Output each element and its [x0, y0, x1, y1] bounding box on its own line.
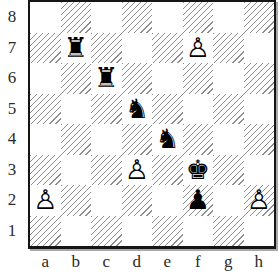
piece-glyph: ♙ — [183, 33, 213, 63]
square-d2[interactable] — [122, 185, 153, 216]
square-g8[interactable] — [213, 2, 244, 33]
square-a8[interactable] — [30, 2, 61, 33]
black-knight[interactable]: ♞ — [122, 94, 152, 124]
rank-label-6: 6 — [0, 63, 24, 94]
square-e7[interactable] — [152, 33, 183, 64]
white-pawn[interactable]: ♟♙ — [30, 185, 60, 215]
piece-glyph: ♙ — [30, 185, 60, 215]
piece-glyph: ♚ — [183, 155, 213, 185]
square-c1[interactable] — [91, 216, 122, 247]
file-label-d: d — [122, 248, 153, 276]
square-b3[interactable] — [61, 155, 92, 186]
square-g6[interactable] — [213, 63, 244, 94]
square-f7[interactable]: ♟♙ — [183, 33, 214, 64]
square-b1[interactable] — [61, 216, 92, 247]
square-b5[interactable] — [61, 94, 92, 125]
square-d6[interactable] — [122, 63, 153, 94]
square-b7[interactable]: ♜ — [61, 33, 92, 64]
black-rook[interactable]: ♜ — [91, 63, 121, 93]
square-d3[interactable]: ♟♙ — [122, 155, 153, 186]
black-pawn[interactable]: ♟ — [183, 185, 213, 215]
square-c4[interactable] — [91, 124, 122, 155]
rank-label-7: 7 — [0, 33, 24, 64]
black-rook[interactable]: ♜ — [61, 33, 91, 63]
square-e6[interactable] — [152, 63, 183, 94]
white-pawn[interactable]: ♟♙ — [122, 155, 152, 185]
square-b2[interactable] — [61, 185, 92, 216]
square-h4[interactable] — [244, 124, 275, 155]
square-f2[interactable]: ♟ — [183, 185, 214, 216]
square-g3[interactable] — [213, 155, 244, 186]
square-c3[interactable] — [91, 155, 122, 186]
black-king[interactable]: ♚ — [183, 155, 213, 185]
square-h2[interactable]: ♟♙ — [244, 185, 275, 216]
square-e8[interactable] — [152, 2, 183, 33]
piece-glyph: ♙ — [122, 155, 152, 185]
file-label-g: g — [213, 248, 244, 276]
white-pawn[interactable]: ♟♙ — [183, 33, 213, 63]
file-label-e: e — [152, 248, 183, 276]
rank-label-5: 5 — [0, 94, 24, 125]
square-d5[interactable]: ♞ — [122, 94, 153, 125]
square-g4[interactable] — [213, 124, 244, 155]
square-c5[interactable] — [91, 94, 122, 125]
square-f6[interactable] — [183, 63, 214, 94]
square-h7[interactable] — [244, 33, 275, 64]
square-e3[interactable] — [152, 155, 183, 186]
piece-glyph: ♞ — [152, 124, 182, 154]
rank-label-4: 4 — [0, 124, 24, 155]
square-d8[interactable] — [122, 2, 153, 33]
square-b4[interactable] — [61, 124, 92, 155]
square-f5[interactable] — [183, 94, 214, 125]
rank-label-1: 1 — [0, 216, 24, 247]
piece-glyph: ♟ — [183, 185, 213, 215]
square-g5[interactable] — [213, 94, 244, 125]
rank-labels: 87654321 — [0, 2, 24, 246]
square-d1[interactable] — [122, 216, 153, 247]
square-a1[interactable] — [30, 216, 61, 247]
square-a2[interactable]: ♟♙ — [30, 185, 61, 216]
square-a6[interactable] — [30, 63, 61, 94]
square-d4[interactable] — [122, 124, 153, 155]
square-a4[interactable] — [30, 124, 61, 155]
square-h6[interactable] — [244, 63, 275, 94]
square-g1[interactable] — [213, 216, 244, 247]
square-g7[interactable] — [213, 33, 244, 64]
piece-glyph: ♜ — [91, 63, 121, 93]
square-d7[interactable] — [122, 33, 153, 64]
square-e4[interactable]: ♞ — [152, 124, 183, 155]
square-h5[interactable] — [244, 94, 275, 125]
square-h8[interactable] — [244, 2, 275, 33]
square-f8[interactable] — [183, 2, 214, 33]
file-label-h: h — [244, 248, 275, 276]
board: ♜♟♙♜♞♞♟♙♚♟♙♟♟♙ — [28, 0, 276, 249]
square-a7[interactable] — [30, 33, 61, 64]
square-c6[interactable]: ♜ — [91, 63, 122, 94]
file-labels: abcdefgh — [30, 248, 274, 276]
piece-glyph: ♙ — [244, 185, 274, 215]
white-pawn[interactable]: ♟♙ — [244, 185, 274, 215]
square-h1[interactable] — [244, 216, 275, 247]
square-e2[interactable] — [152, 185, 183, 216]
rank-label-8: 8 — [0, 2, 24, 33]
square-f1[interactable] — [183, 216, 214, 247]
chess-diagram: 87654321 ♜♟♙♜♞♞♟♙♚♟♙♟♟♙ abcdefgh — [0, 0, 279, 279]
square-h3[interactable] — [244, 155, 275, 186]
file-label-a: a — [30, 248, 61, 276]
square-c2[interactable] — [91, 185, 122, 216]
square-b8[interactable] — [61, 2, 92, 33]
piece-glyph: ♜ — [61, 33, 91, 63]
rank-label-3: 3 — [0, 155, 24, 186]
square-c7[interactable] — [91, 33, 122, 64]
file-label-f: f — [183, 248, 214, 276]
square-b6[interactable] — [61, 63, 92, 94]
rank-label-2: 2 — [0, 185, 24, 216]
square-f4[interactable] — [183, 124, 214, 155]
file-label-b: b — [61, 248, 92, 276]
square-c8[interactable] — [91, 2, 122, 33]
square-a5[interactable] — [30, 94, 61, 125]
piece-glyph: ♞ — [122, 94, 152, 124]
black-knight[interactable]: ♞ — [152, 124, 182, 154]
square-g2[interactable] — [213, 185, 244, 216]
square-e1[interactable] — [152, 216, 183, 247]
file-label-c: c — [91, 248, 122, 276]
square-e5[interactable] — [152, 94, 183, 125]
square-a3[interactable] — [30, 155, 61, 186]
square-f3[interactable]: ♚ — [183, 155, 214, 186]
